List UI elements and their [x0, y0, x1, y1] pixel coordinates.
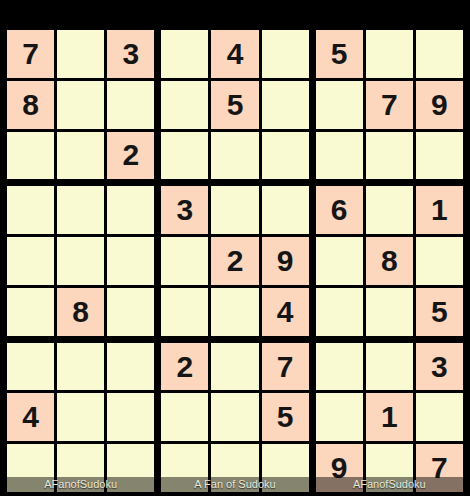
sudoku-grid: 73824557983294618542753197 — [7, 30, 463, 492]
cell-r1c7[interactable]: 5 — [316, 30, 363, 78]
cell-r5c1[interactable] — [7, 237, 54, 285]
cell-r5c3[interactable] — [107, 237, 154, 285]
cell-r6c4[interactable] — [161, 288, 208, 336]
cell-r1c4[interactable] — [161, 30, 208, 78]
sudoku-box-3-3: 3197 — [316, 343, 463, 492]
sudoku-box-1-1: 7382 — [7, 30, 154, 179]
sudoku-box-1-2: 45 — [161, 30, 308, 179]
cell-r4c4[interactable]: 3 — [161, 186, 208, 234]
cell-r8c2[interactable] — [57, 393, 104, 441]
cell-r5c6[interactable]: 9 — [262, 237, 309, 285]
cell-r2c4[interactable] — [161, 81, 208, 129]
cell-r1c3[interactable]: 3 — [107, 30, 154, 78]
cell-r3c2[interactable] — [57, 132, 104, 180]
cell-r7c6[interactable]: 7 — [262, 343, 309, 391]
cell-r6c6[interactable]: 4 — [262, 288, 309, 336]
cell-r7c1[interactable] — [7, 343, 54, 391]
cell-r2c3[interactable] — [107, 81, 154, 129]
cell-r8c4[interactable] — [161, 393, 208, 441]
cell-r7c9[interactable]: 3 — [416, 343, 463, 391]
cell-r8c1[interactable]: 4 — [7, 393, 54, 441]
cell-r8c6[interactable]: 5 — [262, 393, 309, 441]
cell-r2c2[interactable] — [57, 81, 104, 129]
cell-r8c7[interactable] — [316, 393, 363, 441]
cell-r7c3[interactable] — [107, 343, 154, 391]
watermark-bar: AFanofSudoku A Fan of Sudoku AFanofSudok… — [7, 477, 463, 492]
cell-r3c9[interactable] — [416, 132, 463, 180]
cell-r6c9[interactable]: 5 — [416, 288, 463, 336]
cell-r8c8[interactable]: 1 — [366, 393, 413, 441]
cell-r4c7[interactable]: 6 — [316, 186, 363, 234]
cell-r4c8[interactable] — [366, 186, 413, 234]
cell-r6c5[interactable] — [211, 288, 258, 336]
watermark-text-left: AFanofSudoku — [44, 477, 117, 492]
cell-r2c7[interactable] — [316, 81, 363, 129]
watermark-segment-right: AFanofSudoku — [316, 477, 463, 492]
cell-r4c6[interactable] — [262, 186, 309, 234]
cell-r2c9[interactable]: 9 — [416, 81, 463, 129]
cell-r4c1[interactable] — [7, 186, 54, 234]
cell-r7c4[interactable]: 2 — [161, 343, 208, 391]
cell-r6c8[interactable] — [366, 288, 413, 336]
sudoku-board-frame: 73824557983294618542753197 AFanofSudoku … — [0, 0, 470, 496]
cell-r5c2[interactable] — [57, 237, 104, 285]
sudoku-box-2-3: 6185 — [316, 186, 463, 335]
cell-r6c3[interactable] — [107, 288, 154, 336]
cell-r1c6[interactable] — [262, 30, 309, 78]
cell-r2c5[interactable]: 5 — [211, 81, 258, 129]
sudoku-box-3-2: 275 — [161, 343, 308, 492]
cell-r3c8[interactable] — [366, 132, 413, 180]
cell-r5c8[interactable]: 8 — [366, 237, 413, 285]
cell-r1c1[interactable]: 7 — [7, 30, 54, 78]
cell-r3c6[interactable] — [262, 132, 309, 180]
cell-r8c5[interactable] — [211, 393, 258, 441]
watermark-text-right: AFanofSudoku — [353, 477, 426, 492]
cell-r3c5[interactable] — [211, 132, 258, 180]
cell-r7c8[interactable] — [366, 343, 413, 391]
cell-r7c7[interactable] — [316, 343, 363, 391]
sudoku-box-2-1: 8 — [7, 186, 154, 335]
cell-r4c9[interactable]: 1 — [416, 186, 463, 234]
cell-r4c3[interactable] — [107, 186, 154, 234]
cell-r6c1[interactable] — [7, 288, 54, 336]
cell-r7c2[interactable] — [57, 343, 104, 391]
cell-r2c1[interactable]: 8 — [7, 81, 54, 129]
cell-r6c2[interactable]: 8 — [57, 288, 104, 336]
cell-r1c9[interactable] — [416, 30, 463, 78]
cell-r3c4[interactable] — [161, 132, 208, 180]
sudoku-box-3-1: 4 — [7, 343, 154, 492]
sudoku-box-1-3: 579 — [316, 30, 463, 179]
cell-r2c8[interactable]: 7 — [366, 81, 413, 129]
cell-r8c3[interactable] — [107, 393, 154, 441]
cell-r4c5[interactable] — [211, 186, 258, 234]
cell-r1c8[interactable] — [366, 30, 413, 78]
top-black-band — [0, 0, 470, 30]
cell-r3c3[interactable]: 2 — [107, 132, 154, 180]
cell-r5c7[interactable] — [316, 237, 363, 285]
cell-r5c4[interactable] — [161, 237, 208, 285]
watermark-segment-left: AFanofSudoku — [7, 477, 154, 492]
cell-r1c2[interactable] — [57, 30, 104, 78]
sudoku-box-2-2: 3294 — [161, 186, 308, 335]
cell-r7c5[interactable] — [211, 343, 258, 391]
cell-r5c9[interactable] — [416, 237, 463, 285]
watermark-segment-center: A Fan of Sudoku — [161, 477, 308, 492]
cell-r5c5[interactable]: 2 — [211, 237, 258, 285]
cell-r1c5[interactable]: 4 — [211, 30, 258, 78]
cell-r8c9[interactable] — [416, 393, 463, 441]
cell-r4c2[interactable] — [57, 186, 104, 234]
cell-r3c1[interactable] — [7, 132, 54, 180]
cell-r2c6[interactable] — [262, 81, 309, 129]
watermark-text-center: A Fan of Sudoku — [194, 477, 275, 492]
cell-r6c7[interactable] — [316, 288, 363, 336]
cell-r3c7[interactable] — [316, 132, 363, 180]
